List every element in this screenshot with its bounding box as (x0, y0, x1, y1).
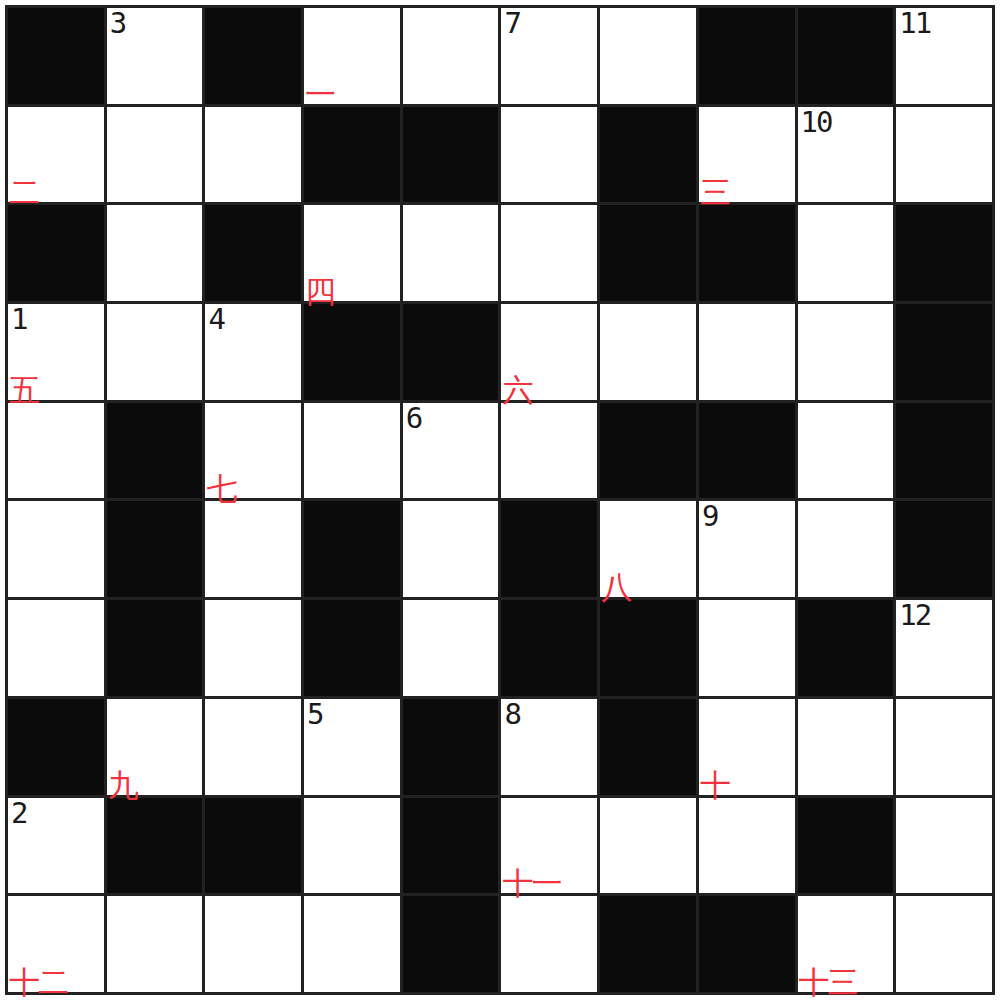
cell-r5c1-black (107, 501, 203, 597)
cell-r6c7[interactable] (699, 600, 795, 696)
cell-r3c8[interactable] (798, 304, 894, 400)
cell-r9c0[interactable]: 十二 (8, 896, 104, 992)
cell-r5c6[interactable]: 八 (600, 501, 696, 597)
down-clue-number: 8 (504, 699, 519, 729)
cell-r2c2-black (205, 205, 301, 301)
cell-r5c9-black (896, 501, 992, 597)
cell-r0c6[interactable] (600, 8, 696, 104)
down-clue-number: 9 (702, 501, 717, 531)
cell-r5c3-black (304, 501, 400, 597)
across-clue-marker: 十二 (9, 967, 67, 998)
cell-r2c6-black (600, 205, 696, 301)
cell-r4c9-black (896, 403, 992, 499)
cell-r8c6[interactable] (600, 798, 696, 894)
cell-r4c4[interactable]: 6 (403, 403, 499, 499)
cell-r2c0-black (8, 205, 104, 301)
cell-r0c0-black (8, 8, 104, 104)
cell-r6c2[interactable] (205, 600, 301, 696)
cell-r0c9[interactable]: 11 (896, 8, 992, 104)
cell-r1c9[interactable] (896, 107, 992, 203)
cell-r4c1-black (107, 403, 203, 499)
cell-r3c0[interactable]: 1五 (8, 304, 104, 400)
cell-r9c2[interactable] (205, 896, 301, 992)
cell-r1c5[interactable] (501, 107, 597, 203)
cell-r5c8[interactable] (798, 501, 894, 597)
cell-r9c4-black (403, 896, 499, 992)
cell-r7c2[interactable] (205, 699, 301, 795)
cell-r3c5[interactable]: 六 (501, 304, 597, 400)
cell-r9c6-black (600, 896, 696, 992)
cell-r9c1[interactable] (107, 896, 203, 992)
cell-r0c7-black (699, 8, 795, 104)
cell-r3c1[interactable] (107, 304, 203, 400)
across-clue-marker: 十三 (799, 967, 857, 998)
cell-r6c1-black (107, 600, 203, 696)
cell-r6c6-black (600, 600, 696, 696)
cell-r2c9-black (896, 205, 992, 301)
cell-r4c2[interactable]: 七 (205, 403, 301, 499)
cell-r9c8[interactable]: 十三 (798, 896, 894, 992)
cell-r0c5[interactable]: 7 (501, 8, 597, 104)
cell-r3c2[interactable]: 4 (205, 304, 301, 400)
cell-r1c4-black (403, 107, 499, 203)
across-clue-marker: 八 (601, 572, 630, 603)
down-clue-number: 4 (208, 304, 223, 334)
cell-r2c3[interactable]: 四 (304, 205, 400, 301)
cell-r6c3-black (304, 600, 400, 696)
cell-r6c5-black (501, 600, 597, 696)
cell-r8c4-black (403, 798, 499, 894)
cell-r9c5[interactable] (501, 896, 597, 992)
cell-r2c1[interactable] (107, 205, 203, 301)
down-clue-number: 5 (307, 699, 322, 729)
cell-r3c4-black (403, 304, 499, 400)
cell-r2c5[interactable] (501, 205, 597, 301)
across-clue-marker: 十一 (502, 868, 560, 899)
cell-r9c3[interactable] (304, 896, 400, 992)
cell-r6c0[interactable] (8, 600, 104, 696)
cell-r5c4[interactable] (403, 501, 499, 597)
cell-r7c3[interactable]: 5 (304, 699, 400, 795)
cell-r3c9-black (896, 304, 992, 400)
cell-r8c0[interactable]: 2 (8, 798, 104, 894)
across-clue-marker: 一 (305, 79, 334, 110)
down-clue-number: 10 (801, 107, 832, 137)
cell-r2c7-black (699, 205, 795, 301)
cell-r0c1[interactable]: 3 (107, 8, 203, 104)
cell-r6c8-black (798, 600, 894, 696)
cell-r7c5[interactable]: 8 (501, 699, 597, 795)
cell-r1c2[interactable] (205, 107, 301, 203)
cell-r5c5-black (501, 501, 597, 597)
cell-r7c6-black (600, 699, 696, 795)
down-clue-number: 7 (504, 8, 519, 38)
cell-r8c3[interactable] (304, 798, 400, 894)
cell-r2c8[interactable] (798, 205, 894, 301)
cell-r3c6[interactable] (600, 304, 696, 400)
cell-r7c4-black (403, 699, 499, 795)
cell-r8c9[interactable] (896, 798, 992, 894)
cell-r8c5[interactable]: 十一 (501, 798, 597, 894)
cell-r4c3[interactable] (304, 403, 400, 499)
cell-r1c8[interactable]: 10 (798, 107, 894, 203)
cell-r2c4[interactable] (403, 205, 499, 301)
down-clue-number: 11 (899, 8, 930, 38)
cell-r6c9[interactable]: 12 (896, 600, 992, 696)
down-clue-number: 12 (899, 600, 930, 630)
across-clue-marker: 二 (9, 177, 38, 208)
cell-r0c8-black (798, 8, 894, 104)
cell-r8c7[interactable] (699, 798, 795, 894)
cell-r8c2-black (205, 798, 301, 894)
across-clue-marker: 五 (9, 375, 38, 406)
cell-r7c9[interactable] (896, 699, 992, 795)
cell-r0c4[interactable] (403, 8, 499, 104)
cell-r5c2[interactable] (205, 501, 301, 597)
cell-r5c7[interactable]: 9 (699, 501, 795, 597)
cell-r4c5[interactable] (501, 403, 597, 499)
cell-r8c1-black (107, 798, 203, 894)
across-clue-marker: 九 (108, 770, 137, 801)
cell-r9c9[interactable] (896, 896, 992, 992)
cell-r8c8-black (798, 798, 894, 894)
cell-r4c7-black (699, 403, 795, 499)
cell-r7c1[interactable]: 九 (107, 699, 203, 795)
cell-r1c0[interactable]: 二 (8, 107, 104, 203)
cell-r7c0-black (8, 699, 104, 795)
cell-r3c3-black (304, 304, 400, 400)
down-clue-number: 1 (11, 304, 26, 334)
cell-r4c6-black (600, 403, 696, 499)
cell-r5c0[interactable] (8, 501, 104, 597)
cell-r7c7[interactable]: 十 (699, 699, 795, 795)
cell-r1c7[interactable]: 三 (699, 107, 795, 203)
across-clue-marker: 六 (502, 375, 531, 406)
cell-r3c7[interactable] (699, 304, 795, 400)
across-clue-marker: 三 (700, 177, 729, 208)
cell-r7c8[interactable] (798, 699, 894, 795)
cell-r0c3[interactable]: 一 (304, 8, 400, 104)
cell-r1c1[interactable] (107, 107, 203, 203)
across-clue-marker: 十 (700, 770, 729, 801)
cell-r0c2-black (205, 8, 301, 104)
down-clue-number: 3 (110, 8, 125, 38)
cell-r6c4[interactable] (403, 600, 499, 696)
crossword-page: 3一711二三10四1五4六七6八912九58十2十一十二十三 (0, 0, 1000, 1000)
cell-r9c7-black (699, 896, 795, 992)
cell-r4c0[interactable] (8, 403, 104, 499)
across-clue-marker: 七 (206, 473, 235, 504)
down-clue-number: 6 (406, 403, 421, 433)
across-clue-marker: 四 (305, 276, 334, 307)
crossword-grid: 3一711二三10四1五4六七6八912九58十2十一十二十三 (5, 5, 995, 995)
cell-r1c6-black (600, 107, 696, 203)
cell-r1c3-black (304, 107, 400, 203)
down-clue-number: 2 (11, 798, 26, 828)
cell-r4c8[interactable] (798, 403, 894, 499)
